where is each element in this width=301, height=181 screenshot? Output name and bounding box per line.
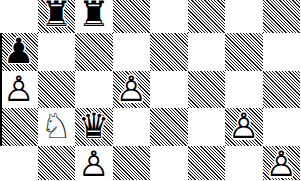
square-b4[interactable] bbox=[38, 146, 76, 181]
square-e4[interactable] bbox=[150, 146, 188, 181]
square-g8[interactable] bbox=[225, 0, 263, 33]
square-d7[interactable] bbox=[113, 33, 151, 71]
white-pawn: ♟♙ bbox=[0, 71, 38, 109]
black-rook: ♜ bbox=[38, 0, 76, 33]
square-f6[interactable] bbox=[188, 71, 226, 109]
square-h4[interactable]: ♟♙ bbox=[263, 146, 301, 181]
white-pawn: ♟♙ bbox=[75, 146, 113, 181]
square-c7[interactable] bbox=[75, 33, 113, 71]
square-d6[interactable]: ♟♙ bbox=[113, 71, 151, 109]
square-a4[interactable] bbox=[0, 146, 38, 181]
square-g5[interactable]: ♟♙ bbox=[225, 108, 263, 146]
square-f4[interactable] bbox=[188, 146, 226, 181]
chess-board: ♜♜♟♟♙♟♙♞♘♛♟♙♟♙♟♙ bbox=[0, 0, 300, 180]
square-g7[interactable] bbox=[225, 33, 263, 71]
square-h6[interactable] bbox=[263, 71, 301, 109]
square-c4[interactable]: ♟♙ bbox=[75, 146, 113, 181]
square-b8[interactable]: ♜ bbox=[38, 0, 76, 33]
square-d4[interactable] bbox=[113, 146, 151, 181]
square-a7[interactable]: ♟ bbox=[0, 33, 38, 71]
square-b7[interactable] bbox=[38, 33, 76, 71]
square-d5[interactable] bbox=[113, 108, 151, 146]
white-knight: ♞♘ bbox=[38, 108, 76, 146]
square-c8[interactable]: ♜ bbox=[75, 0, 113, 33]
board-left-frame-line bbox=[0, 33, 2, 146]
square-f5[interactable] bbox=[188, 108, 226, 146]
square-a5[interactable] bbox=[0, 108, 38, 146]
white-pawn: ♟♙ bbox=[113, 71, 151, 109]
square-e8[interactable] bbox=[150, 0, 188, 33]
square-h8[interactable] bbox=[263, 0, 301, 33]
white-pawn: ♟♙ bbox=[263, 146, 301, 181]
square-e7[interactable] bbox=[150, 33, 188, 71]
square-e5[interactable] bbox=[150, 108, 188, 146]
square-h5[interactable] bbox=[263, 108, 301, 146]
black-pawn: ♟ bbox=[0, 33, 38, 71]
square-e6[interactable] bbox=[150, 71, 188, 109]
square-b6[interactable] bbox=[38, 71, 76, 109]
white-pawn: ♟♙ bbox=[225, 108, 263, 146]
black-queen: ♛ bbox=[75, 108, 113, 146]
square-d8[interactable] bbox=[113, 0, 151, 33]
square-g6[interactable] bbox=[225, 71, 263, 109]
square-g4[interactable] bbox=[225, 146, 263, 181]
square-c6[interactable] bbox=[75, 71, 113, 109]
square-h7[interactable] bbox=[263, 33, 301, 71]
square-a8[interactable] bbox=[0, 0, 38, 33]
square-b5[interactable]: ♞♘ bbox=[38, 108, 76, 146]
square-f8[interactable] bbox=[188, 0, 226, 33]
square-a6[interactable]: ♟♙ bbox=[0, 71, 38, 109]
chess-diagram: ♜♜♟♟♙♟♙♞♘♛♟♙♟♙♟♙ bbox=[0, 0, 300, 180]
square-f7[interactable] bbox=[188, 33, 226, 71]
square-c5[interactable]: ♛ bbox=[75, 108, 113, 146]
black-rook: ♜ bbox=[75, 0, 113, 33]
